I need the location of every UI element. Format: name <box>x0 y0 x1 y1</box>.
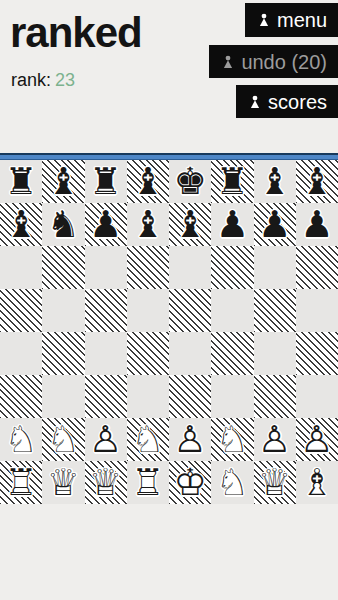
white-bishop-fill: ♝ <box>296 461 338 504</box>
white-queen-fill: ♛ <box>85 461 127 504</box>
board-top-divider <box>0 153 338 160</box>
square-d8[interactable]: ♝ <box>127 160 169 203</box>
square-f1[interactable]: ♞♘ <box>211 461 253 504</box>
white-knight: ♘ <box>42 418 84 461</box>
menu-button-label: menu <box>277 10 327 30</box>
black-king: ♚ <box>169 160 211 203</box>
square-a3[interactable] <box>0 375 42 418</box>
black-pawn: ♟ <box>254 203 296 246</box>
square-d4[interactable] <box>127 332 169 375</box>
square-c1[interactable]: ♛♕ <box>85 461 127 504</box>
square-a7[interactable]: ♝ <box>0 203 42 246</box>
black-bishop: ♝ <box>0 203 42 246</box>
white-rook-fill: ♜ <box>127 461 169 504</box>
page-title: ranked <box>10 10 142 56</box>
chess-board: ♜♝♜♝♚♜♝♝♝♞♟♝♝♟♟♟♞♘♞♘♟♙♞♘♟♙♞♘♟♙♟♙♜♖♛♕♛♕♜♖… <box>0 160 338 504</box>
white-knight-fill: ♞ <box>211 418 253 461</box>
square-b5[interactable] <box>42 289 84 332</box>
square-h8[interactable]: ♝ <box>296 160 338 203</box>
white-queen-fill: ♛ <box>42 461 84 504</box>
square-d2[interactable]: ♞♘ <box>127 418 169 461</box>
white-queen: ♕ <box>42 461 84 504</box>
white-pawn-fill: ♟ <box>169 418 211 461</box>
square-h3[interactable] <box>296 375 338 418</box>
square-h7[interactable]: ♟ <box>296 203 338 246</box>
square-e5[interactable] <box>169 289 211 332</box>
person-icon <box>222 55 234 69</box>
square-d3[interactable] <box>127 375 169 418</box>
square-c8[interactable]: ♜ <box>85 160 127 203</box>
person-icon <box>249 95 261 109</box>
black-knight: ♞ <box>42 203 84 246</box>
white-rook: ♖ <box>0 461 42 504</box>
white-knight: ♘ <box>127 418 169 461</box>
square-g6[interactable] <box>254 246 296 289</box>
square-e7[interactable]: ♝ <box>169 203 211 246</box>
white-pawn: ♙ <box>85 418 127 461</box>
square-b4[interactable] <box>42 332 84 375</box>
white-knight-fill: ♞ <box>42 418 84 461</box>
white-pawn: ♙ <box>169 418 211 461</box>
square-f6[interactable] <box>211 246 253 289</box>
square-d1[interactable]: ♜♖ <box>127 461 169 504</box>
white-knight-fill: ♞ <box>211 461 253 504</box>
white-pawn-fill: ♟ <box>296 418 338 461</box>
black-bishop: ♝ <box>42 160 84 203</box>
black-bishop: ♝ <box>169 203 211 246</box>
square-c7[interactable]: ♟ <box>85 203 127 246</box>
square-g1[interactable]: ♛♕ <box>254 461 296 504</box>
square-a5[interactable] <box>0 289 42 332</box>
black-bishop: ♝ <box>254 160 296 203</box>
white-pawn-fill: ♟ <box>254 418 296 461</box>
square-g4[interactable] <box>254 332 296 375</box>
black-pawn: ♟ <box>211 203 253 246</box>
square-d6[interactable] <box>127 246 169 289</box>
square-d5[interactable] <box>127 289 169 332</box>
square-f2[interactable]: ♞♘ <box>211 418 253 461</box>
black-rook: ♜ <box>0 160 42 203</box>
white-king: ♔ <box>169 461 211 504</box>
square-b6[interactable] <box>42 246 84 289</box>
white-pawn-fill: ♟ <box>85 418 127 461</box>
square-c2[interactable]: ♟♙ <box>85 418 127 461</box>
square-a2[interactable]: ♞♘ <box>0 418 42 461</box>
black-bishop: ♝ <box>127 203 169 246</box>
rank-line: rank:23 <box>11 70 75 91</box>
square-a6[interactable] <box>0 246 42 289</box>
white-bishop: ♗ <box>296 461 338 504</box>
square-h6[interactable] <box>296 246 338 289</box>
square-e2[interactable]: ♟♙ <box>169 418 211 461</box>
square-e4[interactable] <box>169 332 211 375</box>
app-screen: ranked rank:23 menu undo (20) scores ♜♝♜… <box>0 0 338 600</box>
white-knight: ♘ <box>0 418 42 461</box>
square-e8[interactable]: ♚ <box>169 160 211 203</box>
scores-button-label: scores <box>268 92 327 112</box>
square-a1[interactable]: ♜♖ <box>0 461 42 504</box>
square-e6[interactable] <box>169 246 211 289</box>
square-b2[interactable]: ♞♘ <box>42 418 84 461</box>
rank-value: 23 <box>55 70 75 90</box>
white-queen: ♕ <box>254 461 296 504</box>
undo-button-label: undo (20) <box>241 52 327 72</box>
square-d7[interactable]: ♝ <box>127 203 169 246</box>
square-g8[interactable]: ♝ <box>254 160 296 203</box>
square-b3[interactable] <box>42 375 84 418</box>
square-f7[interactable]: ♟ <box>211 203 253 246</box>
square-g2[interactable]: ♟♙ <box>254 418 296 461</box>
square-c4[interactable] <box>85 332 127 375</box>
square-h1[interactable]: ♝♗ <box>296 461 338 504</box>
square-b1[interactable]: ♛♕ <box>42 461 84 504</box>
square-g5[interactable] <box>254 289 296 332</box>
black-bishop: ♝ <box>127 160 169 203</box>
white-queen: ♕ <box>85 461 127 504</box>
white-pawn: ♙ <box>254 418 296 461</box>
black-pawn: ♟ <box>296 203 338 246</box>
square-a8[interactable]: ♜ <box>0 160 42 203</box>
square-c5[interactable] <box>85 289 127 332</box>
square-h5[interactable] <box>296 289 338 332</box>
undo-button[interactable]: undo (20) <box>209 45 338 78</box>
square-h4[interactable] <box>296 332 338 375</box>
square-h2[interactable]: ♟♙ <box>296 418 338 461</box>
square-c3[interactable] <box>85 375 127 418</box>
white-pawn: ♙ <box>296 418 338 461</box>
white-king-fill: ♚ <box>169 461 211 504</box>
square-f4[interactable] <box>211 332 253 375</box>
square-a4[interactable] <box>0 332 42 375</box>
black-bishop: ♝ <box>296 160 338 203</box>
black-pawn: ♟ <box>85 203 127 246</box>
square-f3[interactable] <box>211 375 253 418</box>
square-f5[interactable] <box>211 289 253 332</box>
white-rook: ♖ <box>127 461 169 504</box>
scores-button[interactable]: scores <box>236 85 338 118</box>
square-e1[interactable]: ♚♔ <box>169 461 211 504</box>
square-f8[interactable]: ♜ <box>211 160 253 203</box>
white-queen-fill: ♛ <box>254 461 296 504</box>
black-rook: ♜ <box>211 160 253 203</box>
square-g3[interactable] <box>254 375 296 418</box>
white-knight: ♘ <box>211 418 253 461</box>
white-rook-fill: ♜ <box>0 461 42 504</box>
white-knight-fill: ♞ <box>127 418 169 461</box>
menu-button[interactable]: menu <box>245 3 338 37</box>
white-knight-fill: ♞ <box>0 418 42 461</box>
rank-label: rank: <box>11 70 51 90</box>
person-icon <box>258 13 270 27</box>
square-b7[interactable]: ♞ <box>42 203 84 246</box>
square-b8[interactable]: ♝ <box>42 160 84 203</box>
square-c6[interactable] <box>85 246 127 289</box>
square-g7[interactable]: ♟ <box>254 203 296 246</box>
black-rook: ♜ <box>85 160 127 203</box>
square-e3[interactable] <box>169 375 211 418</box>
white-knight: ♘ <box>211 461 253 504</box>
